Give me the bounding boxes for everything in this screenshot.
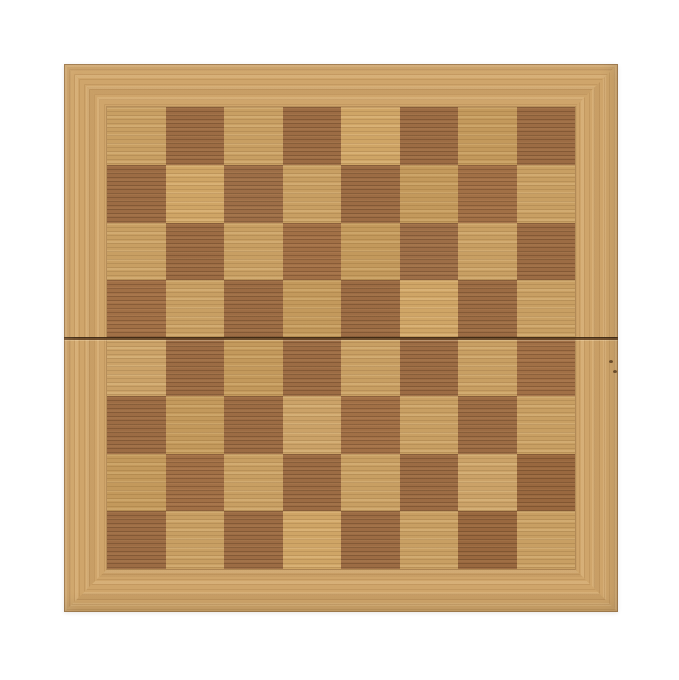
square-b1[interactable]	[166, 511, 225, 569]
square-d5[interactable]	[283, 280, 342, 338]
square-c5[interactable]	[224, 280, 283, 338]
square-c4[interactable]	[224, 338, 283, 396]
playing-area	[107, 107, 575, 569]
square-a8[interactable]	[107, 107, 166, 165]
hinge-screw-speck	[613, 370, 617, 373]
square-h5[interactable]	[517, 280, 576, 338]
chess-board	[64, 64, 618, 612]
square-g4[interactable]	[458, 338, 517, 396]
hinge-screw-speck	[609, 360, 613, 363]
square-e8[interactable]	[341, 107, 400, 165]
square-a6[interactable]	[107, 223, 166, 281]
square-h6[interactable]	[517, 223, 576, 281]
square-b4[interactable]	[166, 338, 225, 396]
square-f2[interactable]	[400, 454, 459, 512]
square-f1[interactable]	[400, 511, 459, 569]
square-b8[interactable]	[166, 107, 225, 165]
square-c1[interactable]	[224, 511, 283, 569]
square-c8[interactable]	[224, 107, 283, 165]
square-b3[interactable]	[166, 396, 225, 454]
square-a1[interactable]	[107, 511, 166, 569]
square-g5[interactable]	[458, 280, 517, 338]
square-c2[interactable]	[224, 454, 283, 512]
photo-background	[0, 0, 679, 680]
square-a7[interactable]	[107, 165, 166, 223]
square-h3[interactable]	[517, 396, 576, 454]
square-d7[interactable]	[283, 165, 342, 223]
square-g1[interactable]	[458, 511, 517, 569]
square-f5[interactable]	[400, 280, 459, 338]
square-f7[interactable]	[400, 165, 459, 223]
square-b7[interactable]	[166, 165, 225, 223]
square-f6[interactable]	[400, 223, 459, 281]
square-g7[interactable]	[458, 165, 517, 223]
square-d2[interactable]	[283, 454, 342, 512]
square-g3[interactable]	[458, 396, 517, 454]
square-g2[interactable]	[458, 454, 517, 512]
square-g6[interactable]	[458, 223, 517, 281]
square-c3[interactable]	[224, 396, 283, 454]
square-f3[interactable]	[400, 396, 459, 454]
square-f8[interactable]	[400, 107, 459, 165]
square-e3[interactable]	[341, 396, 400, 454]
square-e7[interactable]	[341, 165, 400, 223]
square-h2[interactable]	[517, 454, 576, 512]
square-b6[interactable]	[166, 223, 225, 281]
square-b2[interactable]	[166, 454, 225, 512]
square-e6[interactable]	[341, 223, 400, 281]
square-a2[interactable]	[107, 454, 166, 512]
square-d4[interactable]	[283, 338, 342, 396]
square-e2[interactable]	[341, 454, 400, 512]
square-e4[interactable]	[341, 338, 400, 396]
square-d3[interactable]	[283, 396, 342, 454]
square-a5[interactable]	[107, 280, 166, 338]
square-h8[interactable]	[517, 107, 576, 165]
square-d6[interactable]	[283, 223, 342, 281]
square-c6[interactable]	[224, 223, 283, 281]
square-d1[interactable]	[283, 511, 342, 569]
square-h7[interactable]	[517, 165, 576, 223]
square-h1[interactable]	[517, 511, 576, 569]
square-a3[interactable]	[107, 396, 166, 454]
square-b5[interactable]	[166, 280, 225, 338]
square-f4[interactable]	[400, 338, 459, 396]
square-e5[interactable]	[341, 280, 400, 338]
square-d8[interactable]	[283, 107, 342, 165]
square-a4[interactable]	[107, 338, 166, 396]
square-e1[interactable]	[341, 511, 400, 569]
square-g8[interactable]	[458, 107, 517, 165]
square-c7[interactable]	[224, 165, 283, 223]
square-h4[interactable]	[517, 338, 576, 396]
